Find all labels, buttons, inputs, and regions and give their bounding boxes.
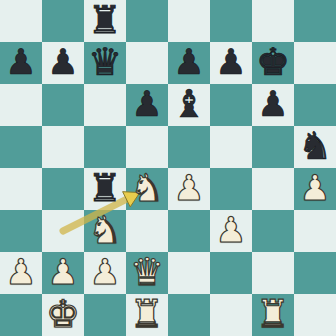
square-a8[interactable]: [0, 0, 42, 42]
square-a3[interactable]: [0, 210, 42, 252]
square-d5[interactable]: [126, 126, 168, 168]
white-pawn-f3[interactable]: ♟: [215, 210, 246, 251]
square-a6[interactable]: [0, 84, 42, 126]
square-f7[interactable]: ♟: [210, 42, 252, 84]
white-knight-d4[interactable]: ♞: [130, 168, 164, 209]
square-d2[interactable]: ♛: [126, 252, 168, 294]
square-h6[interactable]: [294, 84, 336, 126]
square-e8[interactable]: [168, 0, 210, 42]
square-a2[interactable]: ♟: [0, 252, 42, 294]
black-pawn-d6[interactable]: ♟: [131, 84, 162, 125]
square-d3[interactable]: [126, 210, 168, 252]
square-g4[interactable]: [252, 168, 294, 210]
black-pawn-f7[interactable]: ♟: [215, 42, 246, 83]
square-h8[interactable]: [294, 0, 336, 42]
black-queen-c7[interactable]: ♛: [88, 42, 122, 83]
white-queen-d2[interactable]: ♛: [130, 252, 164, 293]
square-c1[interactable]: [84, 294, 126, 336]
square-d1[interactable]: ♜: [126, 294, 168, 336]
square-b4[interactable]: [42, 168, 84, 210]
square-d8[interactable]: [126, 0, 168, 42]
square-h1[interactable]: [294, 294, 336, 336]
square-e5[interactable]: [168, 126, 210, 168]
square-g2[interactable]: [252, 252, 294, 294]
square-c7[interactable]: ♛: [84, 42, 126, 84]
square-b5[interactable]: [42, 126, 84, 168]
square-e7[interactable]: ♟: [168, 42, 210, 84]
square-f1[interactable]: [210, 294, 252, 336]
white-pawn-a2[interactable]: ♟: [5, 252, 36, 293]
square-e4[interactable]: ♟: [168, 168, 210, 210]
square-h5[interactable]: ♞: [294, 126, 336, 168]
square-c3[interactable]: ♞: [84, 210, 126, 252]
square-e2[interactable]: [168, 252, 210, 294]
square-g1[interactable]: ♜: [252, 294, 294, 336]
black-pawn-b7[interactable]: ♟: [47, 42, 78, 83]
black-pawn-a7[interactable]: ♟: [5, 42, 36, 83]
white-pawn-b2[interactable]: ♟: [47, 252, 78, 293]
square-g3[interactable]: [252, 210, 294, 252]
white-rook-g1[interactable]: ♜: [256, 294, 290, 335]
square-c6[interactable]: [84, 84, 126, 126]
square-h7[interactable]: [294, 42, 336, 84]
square-b8[interactable]: [42, 0, 84, 42]
square-a5[interactable]: [0, 126, 42, 168]
square-g5[interactable]: [252, 126, 294, 168]
square-f6[interactable]: [210, 84, 252, 126]
square-f3[interactable]: ♟: [210, 210, 252, 252]
white-pawn-e4[interactable]: ♟: [173, 168, 204, 209]
chess-board: ♜♟♟♛♟♟♚♟♝♟♞♜♞♟♟♞♟♟♟♟♛♚♜♜: [0, 0, 336, 336]
square-d6[interactable]: ♟: [126, 84, 168, 126]
square-c4[interactable]: ♜: [84, 168, 126, 210]
square-c5[interactable]: [84, 126, 126, 168]
black-rook-c8[interactable]: ♜: [88, 0, 122, 41]
square-g8[interactable]: [252, 0, 294, 42]
square-b2[interactable]: ♟: [42, 252, 84, 294]
square-e1[interactable]: [168, 294, 210, 336]
black-bishop-e6[interactable]: ♝: [172, 84, 206, 125]
square-h2[interactable]: [294, 252, 336, 294]
square-d4[interactable]: ♞: [126, 168, 168, 210]
white-pawn-c2[interactable]: ♟: [89, 252, 120, 293]
white-knight-c3[interactable]: ♞: [88, 210, 122, 251]
black-knight-h5[interactable]: ♞: [298, 126, 332, 167]
square-d7[interactable]: [126, 42, 168, 84]
square-a1[interactable]: [0, 294, 42, 336]
square-f8[interactable]: [210, 0, 252, 42]
square-c8[interactable]: ♜: [84, 0, 126, 42]
square-f4[interactable]: [210, 168, 252, 210]
black-rook-c4[interactable]: ♜: [88, 168, 122, 209]
square-g7[interactable]: ♚: [252, 42, 294, 84]
white-rook-d1[interactable]: ♜: [130, 294, 164, 335]
square-f5[interactable]: [210, 126, 252, 168]
square-b3[interactable]: [42, 210, 84, 252]
square-g6[interactable]: ♟: [252, 84, 294, 126]
square-b6[interactable]: [42, 84, 84, 126]
white-king-b1[interactable]: ♚: [46, 294, 80, 335]
square-b1[interactable]: ♚: [42, 294, 84, 336]
square-a7[interactable]: ♟: [0, 42, 42, 84]
square-a4[interactable]: [0, 168, 42, 210]
black-king-g7[interactable]: ♚: [256, 42, 290, 83]
square-c2[interactable]: ♟: [84, 252, 126, 294]
square-f2[interactable]: [210, 252, 252, 294]
black-pawn-g6[interactable]: ♟: [257, 84, 288, 125]
square-e6[interactable]: ♝: [168, 84, 210, 126]
square-h3[interactable]: [294, 210, 336, 252]
square-e3[interactable]: [168, 210, 210, 252]
square-h4[interactable]: ♟: [294, 168, 336, 210]
white-pawn-h4[interactable]: ♟: [299, 168, 330, 209]
square-b7[interactable]: ♟: [42, 42, 84, 84]
black-pawn-e7[interactable]: ♟: [173, 42, 204, 83]
